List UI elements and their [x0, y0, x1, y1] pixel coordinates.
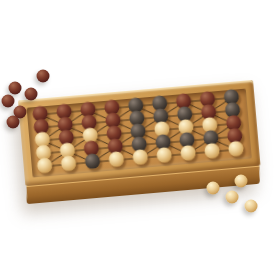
offboard-light-ball-3[interactable]	[226, 191, 239, 204]
offboard-light-ball-2[interactable]	[235, 175, 248, 188]
offboard-dark-ball-4[interactable]	[2, 95, 15, 108]
offboard-light-ball-1[interactable]	[207, 182, 220, 195]
board-playing-field[interactable]	[27, 89, 252, 178]
offboard-dark-ball-1[interactable]	[37, 70, 50, 83]
offboard-light-ball-4[interactable]	[245, 200, 258, 213]
offboard-dark-ball-2[interactable]	[9, 82, 22, 95]
fanorona-board	[18, 80, 262, 204]
offboard-dark-ball-6[interactable]	[7, 116, 20, 129]
product-photo-canvas	[0, 0, 280, 280]
offboard-dark-ball-3[interactable]	[25, 88, 38, 101]
